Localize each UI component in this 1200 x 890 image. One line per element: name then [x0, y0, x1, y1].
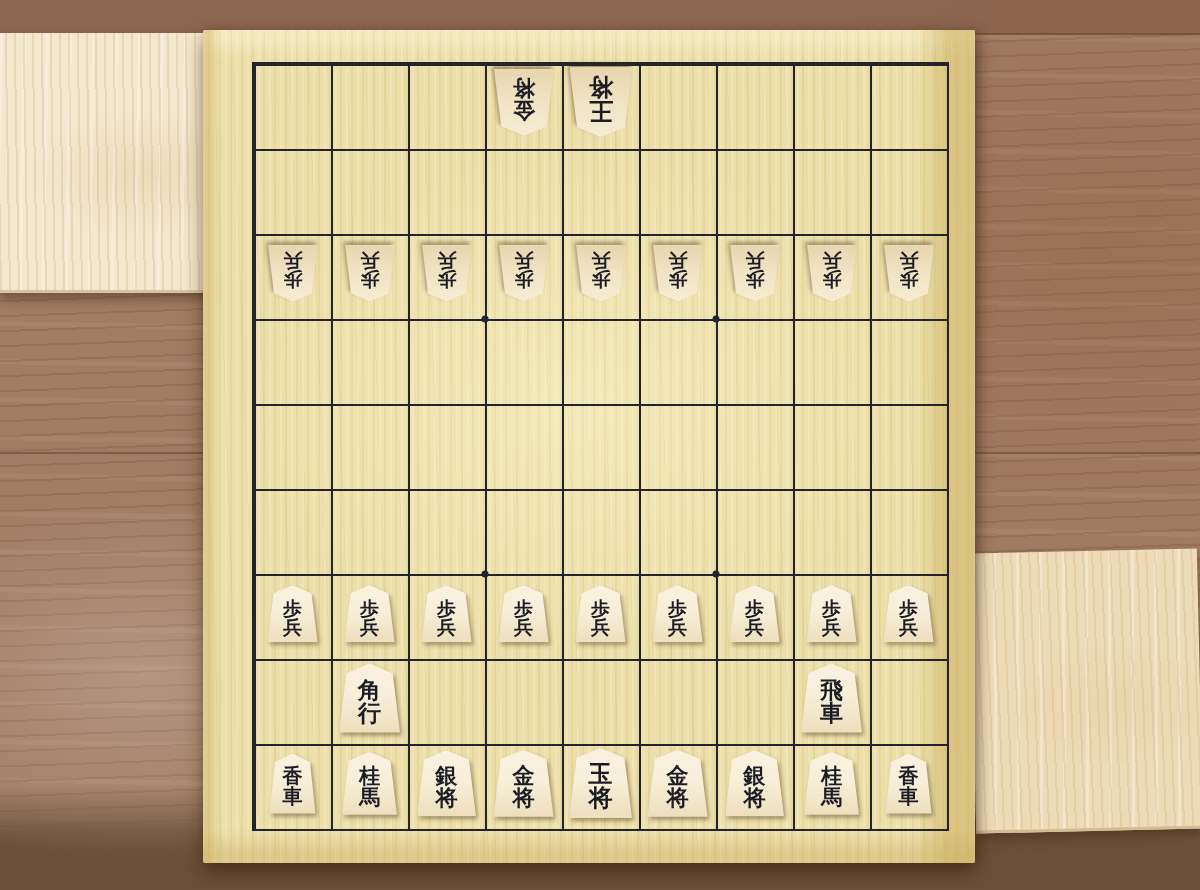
piece-kanji: 香車 — [270, 754, 316, 814]
board-cell[interactable]: 歩兵 — [408, 234, 485, 319]
board-cell[interactable] — [639, 489, 716, 574]
piece-kanji: 歩兵 — [345, 585, 395, 642]
board-cell[interactable]: 金将 — [485, 64, 562, 149]
piece-pawn[interactable]: 歩兵 — [345, 585, 395, 642]
board-cell[interactable] — [331, 319, 408, 404]
piece-kanji: 桂馬 — [804, 752, 859, 815]
right-wooden-plank — [970, 548, 1200, 833]
board-cell[interactable]: 桂馬 — [331, 744, 408, 829]
board-cell[interactable]: 飛車 — [793, 659, 870, 744]
board-cell[interactable] — [716, 319, 793, 404]
board-cell[interactable] — [716, 149, 793, 234]
board-cell[interactable]: 歩兵 — [331, 234, 408, 319]
board-cell[interactable] — [331, 404, 408, 489]
piece-pawn[interactable]: 歩兵 — [807, 585, 857, 642]
board-cell[interactable] — [408, 489, 485, 574]
board-cell[interactable]: 金将 — [485, 744, 562, 829]
piece-kanji: 歩兵 — [499, 244, 549, 301]
board-cell[interactable] — [485, 319, 562, 404]
star-point — [481, 571, 488, 578]
board-cell[interactable] — [716, 64, 793, 149]
photo-scene: 金将王将歩兵歩兵歩兵歩兵歩兵歩兵歩兵歩兵歩兵歩兵歩兵歩兵歩兵歩兵歩兵歩兵歩兵歩兵… — [0, 0, 1200, 890]
piece-kanji: 歩兵 — [345, 244, 395, 301]
piece-kanji: 歩兵 — [884, 585, 934, 642]
board-cell[interactable]: 歩兵 — [870, 574, 947, 659]
piece-pawn[interactable]: 歩兵 — [576, 244, 626, 301]
board-cell[interactable] — [408, 64, 485, 149]
board-cell[interactable]: 角行 — [331, 659, 408, 744]
board-cell[interactable] — [870, 149, 947, 234]
piece-pawn[interactable]: 歩兵 — [422, 244, 472, 301]
piece-lance[interactable]: 香車 — [886, 754, 932, 814]
board-cell[interactable] — [639, 319, 716, 404]
piece-pawn[interactable]: 歩兵 — [884, 244, 934, 301]
piece-kanji: 銀将 — [725, 750, 784, 816]
board-cell[interactable] — [793, 319, 870, 404]
star-point — [481, 315, 488, 322]
piece-silver[interactable]: 銀将 — [417, 750, 476, 816]
board-cell[interactable] — [331, 149, 408, 234]
piece-kanji: 歩兵 — [422, 585, 472, 642]
piece-pawn[interactable]: 歩兵 — [499, 244, 549, 301]
piece-kanji: 飛車 — [801, 664, 862, 733]
board-cell[interactable]: 歩兵 — [870, 234, 947, 319]
board-cell[interactable] — [639, 659, 716, 744]
board-cell[interactable]: 銀将 — [408, 744, 485, 829]
board-cell[interactable]: 王将 — [562, 64, 639, 149]
board-cell[interactable] — [562, 489, 639, 574]
piece-pawn[interactable]: 歩兵 — [653, 585, 703, 642]
piece-silver[interactable]: 銀将 — [725, 750, 784, 816]
board-cell[interactable] — [793, 404, 870, 489]
board-cell[interactable] — [639, 64, 716, 149]
board-cell[interactable] — [485, 489, 562, 574]
piece-kanji: 玉将 — [569, 748, 632, 818]
board-cell[interactable] — [562, 659, 639, 744]
board-cell[interactable] — [870, 404, 947, 489]
piece-kanji: 歩兵 — [653, 244, 703, 301]
piece-kanji: 歩兵 — [268, 585, 318, 642]
board-cell[interactable]: 桂馬 — [793, 744, 870, 829]
piece-rook[interactable]: 飛車 — [801, 664, 862, 733]
board-cell[interactable] — [793, 64, 870, 149]
board-cell[interactable]: 玉将 — [562, 744, 639, 829]
board-cell[interactable] — [639, 149, 716, 234]
piece-kanji: 桂馬 — [342, 752, 397, 815]
piece-gold[interactable]: 金将 — [648, 750, 708, 817]
board-cell[interactable] — [639, 404, 716, 489]
piece-kanji: 歩兵 — [730, 244, 780, 301]
board-cell[interactable] — [793, 489, 870, 574]
board-cell[interactable]: 歩兵 — [716, 234, 793, 319]
piece-pawn[interactable]: 歩兵 — [422, 585, 472, 642]
board-cell[interactable] — [254, 64, 331, 149]
board-cell[interactable]: 銀将 — [716, 744, 793, 829]
board-cell[interactable]: 香車 — [254, 744, 331, 829]
board-cell[interactable] — [331, 64, 408, 149]
board-cell[interactable]: 歩兵 — [408, 574, 485, 659]
board-cell[interactable]: 歩兵 — [716, 574, 793, 659]
board-cell[interactable] — [408, 659, 485, 744]
piece-gold[interactable]: 金将 — [494, 68, 554, 135]
board-cell[interactable]: 歩兵 — [793, 234, 870, 319]
board-cell[interactable]: 歩兵 — [254, 234, 331, 319]
board-grid: 金将王将歩兵歩兵歩兵歩兵歩兵歩兵歩兵歩兵歩兵歩兵歩兵歩兵歩兵歩兵歩兵歩兵歩兵歩兵… — [252, 62, 949, 831]
board-cell[interactable] — [408, 149, 485, 234]
board-cell[interactable] — [408, 319, 485, 404]
piece-kanji: 金将 — [648, 750, 708, 817]
piece-king[interactable]: 玉将 — [569, 748, 632, 818]
board-cell[interactable]: 歩兵 — [562, 574, 639, 659]
piece-kanji: 金将 — [494, 750, 554, 817]
piece-kanji: 歩兵 — [884, 244, 934, 301]
board-cell[interactable]: 歩兵 — [485, 574, 562, 659]
board-cell[interactable] — [716, 489, 793, 574]
board-cell[interactable] — [562, 319, 639, 404]
star-point — [713, 315, 720, 322]
piece-pawn[interactable]: 歩兵 — [730, 585, 780, 642]
piece-kanji: 歩兵 — [422, 244, 472, 301]
board-cell[interactable]: 歩兵 — [485, 234, 562, 319]
board-cell[interactable] — [716, 659, 793, 744]
board-cell[interactable] — [793, 149, 870, 234]
shogi-board: 金将王将歩兵歩兵歩兵歩兵歩兵歩兵歩兵歩兵歩兵歩兵歩兵歩兵歩兵歩兵歩兵歩兵歩兵歩兵… — [203, 30, 975, 863]
board-cell[interactable] — [562, 149, 639, 234]
board-cell[interactable]: 歩兵 — [639, 574, 716, 659]
board-cell[interactable]: 歩兵 — [254, 574, 331, 659]
piece-kanji: 歩兵 — [807, 585, 857, 642]
board-cell[interactable] — [254, 149, 331, 234]
piece-kanji: 歩兵 — [576, 585, 626, 642]
board-cell[interactable]: 香車 — [870, 744, 947, 829]
board-cell[interactable]: 歩兵 — [562, 234, 639, 319]
board-cell[interactable] — [562, 404, 639, 489]
piece-kanji: 歩兵 — [807, 244, 857, 301]
piece-pawn[interactable]: 歩兵 — [730, 244, 780, 301]
piece-bishop[interactable]: 角行 — [339, 664, 400, 733]
piece-kanji: 金将 — [494, 68, 554, 135]
board-cell[interactable] — [254, 489, 331, 574]
board-cell[interactable] — [716, 404, 793, 489]
piece-kanji: 香車 — [886, 754, 932, 814]
left-wooden-plank — [0, 33, 233, 293]
star-point — [713, 571, 720, 578]
board-cell[interactable]: 歩兵 — [639, 234, 716, 319]
piece-pawn[interactable]: 歩兵 — [345, 244, 395, 301]
board-cell[interactable] — [331, 489, 408, 574]
piece-lance[interactable]: 香車 — [270, 754, 316, 814]
board-cell[interactable] — [485, 404, 562, 489]
piece-pawn[interactable]: 歩兵 — [653, 244, 703, 301]
piece-kanji: 角行 — [339, 664, 400, 733]
board-cell[interactable] — [254, 659, 331, 744]
board-cell[interactable]: 金将 — [639, 744, 716, 829]
piece-kanji: 歩兵 — [730, 585, 780, 642]
piece-knight[interactable]: 桂馬 — [804, 752, 859, 815]
board-cell[interactable] — [870, 64, 947, 149]
board-cell[interactable]: 歩兵 — [331, 574, 408, 659]
piece-knight[interactable]: 桂馬 — [342, 752, 397, 815]
piece-pawn[interactable]: 歩兵 — [499, 585, 549, 642]
piece-pawn[interactable]: 歩兵 — [884, 585, 934, 642]
piece-pawn[interactable]: 歩兵 — [268, 244, 318, 301]
piece-kanji: 歩兵 — [653, 585, 703, 642]
board-cell[interactable] — [870, 659, 947, 744]
piece-kanji: 歩兵 — [268, 244, 318, 301]
board-cell[interactable] — [870, 489, 947, 574]
piece-pawn[interactable]: 歩兵 — [807, 244, 857, 301]
board-cell[interactable] — [485, 149, 562, 234]
piece-kanji: 王将 — [569, 67, 632, 137]
board-cell[interactable] — [408, 404, 485, 489]
piece-kanji: 歩兵 — [576, 244, 626, 301]
piece-pawn[interactable]: 歩兵 — [268, 585, 318, 642]
piece-kanji: 銀将 — [417, 750, 476, 816]
board-cell[interactable] — [254, 319, 331, 404]
piece-king[interactable]: 王将 — [569, 67, 632, 137]
board-cell[interactable] — [485, 659, 562, 744]
board-cell[interactable] — [254, 404, 331, 489]
piece-gold[interactable]: 金将 — [494, 750, 554, 817]
piece-kanji: 歩兵 — [499, 585, 549, 642]
board-cell[interactable] — [870, 319, 947, 404]
board-cell[interactable]: 歩兵 — [793, 574, 870, 659]
piece-pawn[interactable]: 歩兵 — [576, 585, 626, 642]
